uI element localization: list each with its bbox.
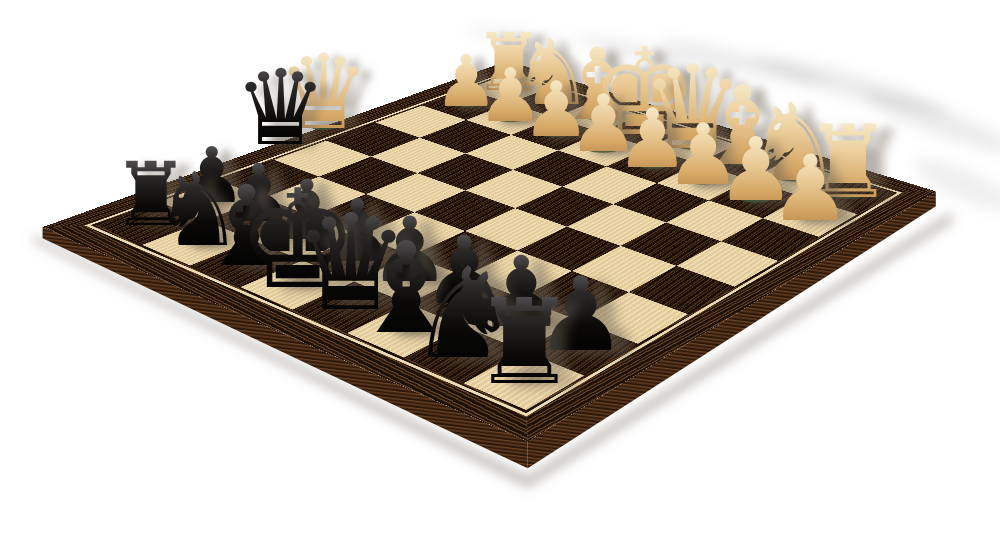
product-photo-scene: ♜♞♝♛♚♝♞♜♟♟♟♟♟♟♟♟♟♟♟♟♟♟♟♟♜♞♝♛♚♝♞♜♛♛ bbox=[0, 0, 1000, 542]
